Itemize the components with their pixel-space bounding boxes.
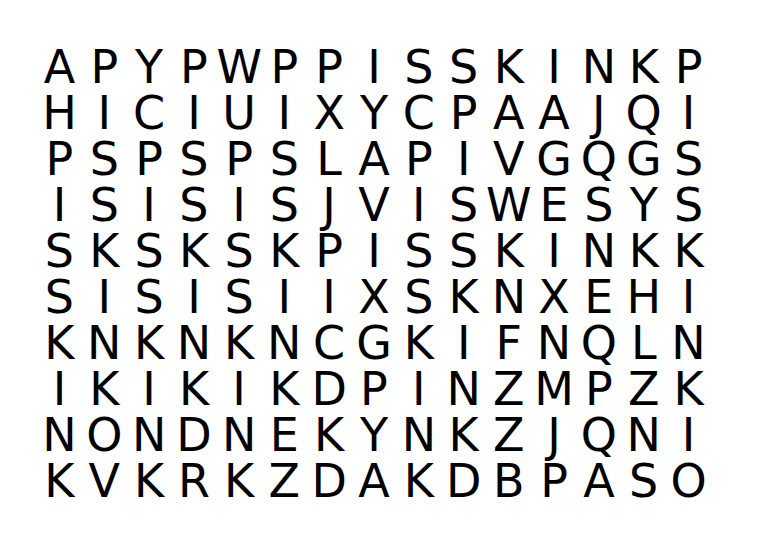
- grid-cell[interactable]: I: [37, 366, 82, 412]
- grid-cell[interactable]: W: [486, 182, 531, 228]
- grid-cell[interactable]: S: [127, 228, 172, 274]
- grid-cell[interactable]: P: [441, 90, 486, 136]
- grid-cell[interactable]: I: [396, 182, 441, 228]
- grid-cell[interactable]: K: [82, 366, 127, 412]
- grid-cell[interactable]: S: [262, 136, 307, 182]
- grid-cell[interactable]: S: [441, 44, 486, 90]
- grid-cell[interactable]: K: [37, 320, 82, 366]
- grid-cell[interactable]: N: [666, 320, 711, 366]
- grid-cell[interactable]: I: [82, 274, 127, 320]
- grid-cell[interactable]: J: [532, 412, 577, 458]
- grid-cell[interactable]: I: [172, 90, 217, 136]
- grid-cell[interactable]: M: [532, 366, 577, 412]
- grid-cell[interactable]: I: [216, 182, 261, 228]
- grid-cell[interactable]: S: [576, 182, 621, 228]
- grid-cell[interactable]: P: [532, 458, 577, 504]
- grid-cell[interactable]: S: [396, 228, 441, 274]
- grid-cell[interactable]: N: [82, 320, 127, 366]
- grid-cell[interactable]: I: [216, 366, 261, 412]
- grid-cell[interactable]: D: [307, 366, 352, 412]
- grid-cell[interactable]: I: [396, 366, 441, 412]
- grid-cell[interactable]: S: [441, 228, 486, 274]
- grid-cell[interactable]: I: [307, 274, 352, 320]
- grid-cell[interactable]: K: [262, 228, 307, 274]
- grid-cell[interactable]: I: [352, 228, 397, 274]
- grid-cell[interactable]: Z: [262, 458, 307, 504]
- grid-cell[interactable]: I: [262, 274, 307, 320]
- grid-cell[interactable]: D: [441, 458, 486, 504]
- grid-cell[interactable]: S: [262, 182, 307, 228]
- grid-cell[interactable]: G: [621, 136, 666, 182]
- grid-cell[interactable]: O: [82, 412, 127, 458]
- grid-cell[interactable]: S: [666, 182, 711, 228]
- grid-cell[interactable]: V: [352, 182, 397, 228]
- grid-cell[interactable]: X: [307, 90, 352, 136]
- grid-cell[interactable]: A: [37, 44, 82, 90]
- grid-cell[interactable]: L: [307, 136, 352, 182]
- grid-cell[interactable]: A: [352, 136, 397, 182]
- grid-cell[interactable]: V: [82, 458, 127, 504]
- grid-cell[interactable]: S: [37, 228, 82, 274]
- grid-cell[interactable]: K: [486, 228, 531, 274]
- grid-cell[interactable]: Z: [486, 366, 531, 412]
- grid-cell[interactable]: I: [172, 274, 217, 320]
- grid-cell[interactable]: K: [172, 366, 217, 412]
- grid-cell[interactable]: P: [352, 366, 397, 412]
- grid-cell[interactable]: Y: [127, 44, 172, 90]
- grid-cell[interactable]: Y: [621, 182, 666, 228]
- grid-cell[interactable]: X: [532, 274, 577, 320]
- grid-cell[interactable]: K: [127, 320, 172, 366]
- grid-cell[interactable]: I: [666, 274, 711, 320]
- grid-cell[interactable]: O: [666, 458, 711, 504]
- grid-cell[interactable]: I: [532, 44, 577, 90]
- grid-cell[interactable]: S: [172, 182, 217, 228]
- grid-cell[interactable]: I: [37, 182, 82, 228]
- grid-cell[interactable]: I: [127, 182, 172, 228]
- grid-cell[interactable]: S: [37, 274, 82, 320]
- grid-cell[interactable]: I: [127, 366, 172, 412]
- grid-cell[interactable]: K: [621, 228, 666, 274]
- grid-cell[interactable]: S: [621, 458, 666, 504]
- grid-cell[interactable]: K: [396, 458, 441, 504]
- grid-cell[interactable]: N: [621, 412, 666, 458]
- grid-cell[interactable]: A: [486, 90, 531, 136]
- grid-cell[interactable]: P: [262, 44, 307, 90]
- grid-cell[interactable]: K: [441, 412, 486, 458]
- grid-cell[interactable]: D: [172, 412, 217, 458]
- grid-cell[interactable]: J: [307, 182, 352, 228]
- grid-cell[interactable]: V: [486, 136, 531, 182]
- grid-cell[interactable]: N: [37, 412, 82, 458]
- grid-cell[interactable]: N: [576, 228, 621, 274]
- grid-cell[interactable]: H: [621, 274, 666, 320]
- grid-cell[interactable]: K: [307, 412, 352, 458]
- grid-cell[interactable]: Q: [576, 136, 621, 182]
- grid-cell[interactable]: R: [172, 458, 217, 504]
- grid-cell[interactable]: D: [307, 458, 352, 504]
- grid-cell[interactable]: S: [172, 136, 217, 182]
- grid-cell[interactable]: N: [216, 412, 261, 458]
- grid-cell[interactable]: Q: [576, 412, 621, 458]
- grid-cell[interactable]: A: [576, 458, 621, 504]
- grid-cell[interactable]: K: [666, 228, 711, 274]
- grid-cell[interactable]: N: [262, 320, 307, 366]
- grid-cell[interactable]: P: [307, 44, 352, 90]
- grid-cell[interactable]: C: [127, 90, 172, 136]
- grid-cell[interactable]: J: [576, 90, 621, 136]
- grid-cell[interactable]: I: [262, 90, 307, 136]
- grid-cell[interactable]: P: [127, 136, 172, 182]
- grid-cell[interactable]: N: [532, 320, 577, 366]
- grid-cell[interactable]: H: [37, 90, 82, 136]
- grid-cell[interactable]: I: [666, 412, 711, 458]
- grid-cell[interactable]: I: [441, 320, 486, 366]
- grid-cell[interactable]: K: [216, 458, 261, 504]
- grid-cell[interactable]: K: [666, 366, 711, 412]
- grid-cell[interactable]: Y: [352, 90, 397, 136]
- grid-cell[interactable]: P: [216, 136, 261, 182]
- grid-cell[interactable]: I: [666, 90, 711, 136]
- grid-cell[interactable]: N: [486, 274, 531, 320]
- grid-cell[interactable]: K: [127, 458, 172, 504]
- grid-cell[interactable]: A: [352, 458, 397, 504]
- grid-cell[interactable]: K: [82, 228, 127, 274]
- grid-cell[interactable]: S: [396, 44, 441, 90]
- grid-cell[interactable]: S: [441, 182, 486, 228]
- word-search-grid: APYPWPPISSKINKPHICIUIXYCPAAJQIPSPSPSLAPI…: [37, 44, 711, 500]
- grid-cell[interactable]: K: [486, 44, 531, 90]
- grid-cell[interactable]: S: [396, 274, 441, 320]
- grid-cell[interactable]: P: [82, 44, 127, 90]
- grid-cell[interactable]: E: [532, 182, 577, 228]
- grid-cell[interactable]: G: [532, 136, 577, 182]
- grid-cell[interactable]: S: [666, 136, 711, 182]
- grid-cell[interactable]: U: [216, 90, 261, 136]
- grid-cell[interactable]: E: [262, 412, 307, 458]
- grid-cell[interactable]: K: [172, 228, 217, 274]
- grid-cell[interactable]: Q: [621, 90, 666, 136]
- grid-cell[interactable]: P: [37, 136, 82, 182]
- grid-cell[interactable]: P: [172, 44, 217, 90]
- grid-cell[interactable]: K: [441, 274, 486, 320]
- grid-cell[interactable]: Q: [576, 320, 621, 366]
- grid-cell[interactable]: Z: [621, 366, 666, 412]
- grid-cell[interactable]: S: [82, 136, 127, 182]
- grid-cell[interactable]: A: [532, 90, 577, 136]
- grid-cell[interactable]: S: [127, 274, 172, 320]
- grid-cell[interactable]: E: [576, 274, 621, 320]
- grid-cell[interactable]: L: [621, 320, 666, 366]
- grid-cell[interactable]: K: [37, 458, 82, 504]
- grid-cell[interactable]: I: [82, 90, 127, 136]
- grid-cell[interactable]: K: [621, 44, 666, 90]
- grid-cell[interactable]: P: [396, 136, 441, 182]
- grid-cell[interactable]: Z: [486, 412, 531, 458]
- grid-cell[interactable]: X: [352, 274, 397, 320]
- grid-cell[interactable]: G: [352, 320, 397, 366]
- grid-cell[interactable]: N: [172, 320, 217, 366]
- grid-cell[interactable]: Y: [352, 412, 397, 458]
- grid-cell[interactable]: K: [262, 366, 307, 412]
- grid-cell[interactable]: S: [216, 228, 261, 274]
- grid-cell[interactable]: K: [216, 320, 261, 366]
- grid-cell[interactable]: I: [352, 44, 397, 90]
- grid-cell[interactable]: N: [396, 412, 441, 458]
- grid-cell[interactable]: S: [82, 182, 127, 228]
- word-search-page: APYPWPPISSKINKPHICIUIXYCPAAJQIPSPSPSLAPI…: [0, 0, 757, 542]
- grid-cell[interactable]: C: [396, 90, 441, 136]
- grid-cell[interactable]: P: [666, 44, 711, 90]
- grid-cell[interactable]: C: [307, 320, 352, 366]
- grid-cell[interactable]: F: [486, 320, 531, 366]
- grid-cell[interactable]: N: [576, 44, 621, 90]
- grid-cell[interactable]: P: [576, 366, 621, 412]
- grid-cell[interactable]: K: [396, 320, 441, 366]
- grid-cell[interactable]: I: [441, 136, 486, 182]
- grid-cell[interactable]: W: [216, 44, 261, 90]
- grid-cell[interactable]: B: [486, 458, 531, 504]
- grid-cell[interactable]: P: [307, 228, 352, 274]
- grid-cell[interactable]: S: [216, 274, 261, 320]
- grid-cell[interactable]: N: [127, 412, 172, 458]
- grid-cell[interactable]: I: [532, 228, 577, 274]
- grid-cell[interactable]: N: [441, 366, 486, 412]
